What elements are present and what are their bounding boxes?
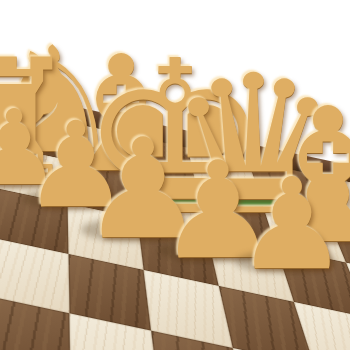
chess-set-product-photo: ♜♞♝♚♛♝♟♟♟♟♟ [0,0,350,350]
pawn-icon: ♟ [236,162,349,288]
